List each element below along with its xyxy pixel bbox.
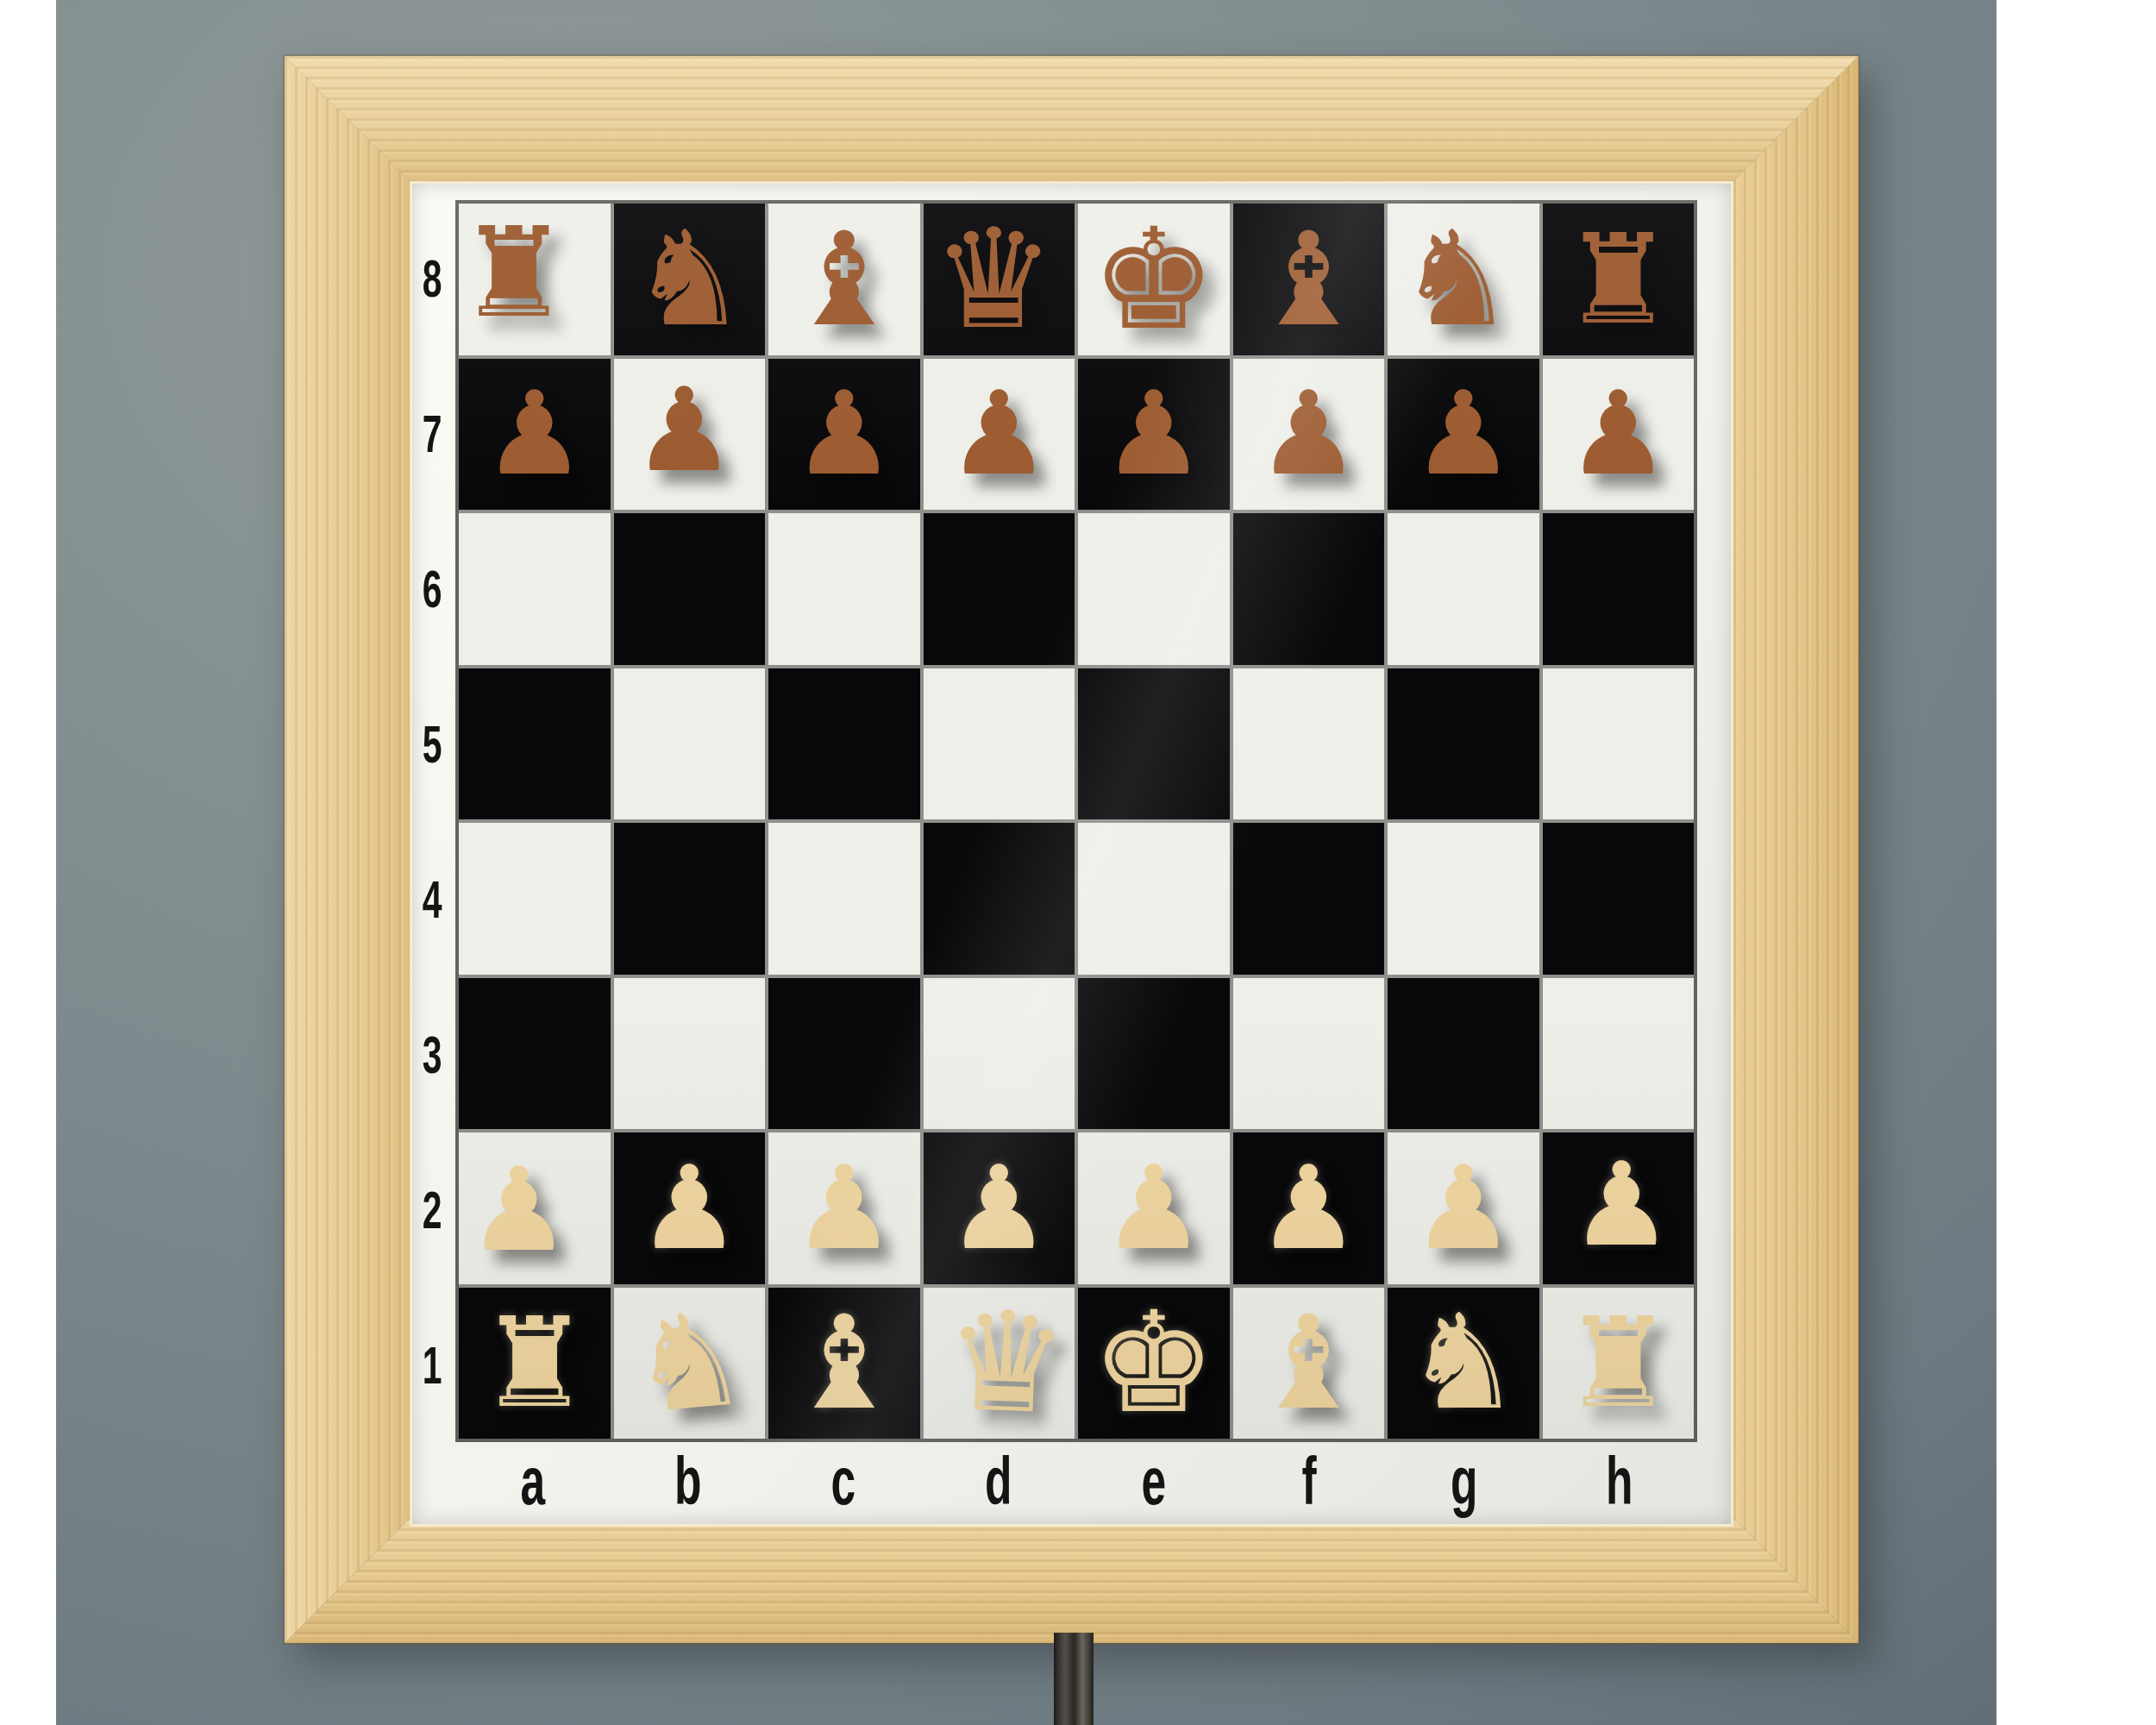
square-c5[interactable] <box>768 668 920 820</box>
piece-black-pawn-b7: ♟ <box>632 373 736 488</box>
square-a6[interactable] <box>459 513 611 665</box>
piece-white-pawn-f2: ♟ <box>1257 1151 1360 1266</box>
square-e7[interactable]: ♟ <box>1078 359 1230 511</box>
piece-black-knight-b8: ♞ <box>630 214 748 345</box>
square-a4[interactable] <box>459 823 611 975</box>
chessboard: ♜♞♝♛♚♝♞♜♟♟♟♟♟♟♟♟♟♟♟♟♟♟♟♟♜♞♝♛♚♝♞♜ <box>455 200 1697 1442</box>
square-e2[interactable]: ♟ <box>1078 1132 1230 1284</box>
piece-black-pawn-h7: ♟ <box>1566 376 1670 492</box>
square-g1[interactable]: ♞ <box>1388 1288 1539 1440</box>
square-a2[interactable]: ♟ <box>459 1132 611 1284</box>
file-label-e: e <box>1076 1442 1232 1521</box>
square-b4[interactable] <box>614 823 766 975</box>
piece-black-bishop-f8: ♝ <box>1250 215 1366 344</box>
piece-white-pawn-d2: ♟ <box>947 1151 1050 1266</box>
frame-top <box>285 56 1858 181</box>
rank-label-6: 6 <box>410 511 455 666</box>
file-labels: abcdefgh <box>455 1442 1697 1515</box>
square-g8[interactable]: ♞ <box>1388 204 1539 355</box>
square-e6[interactable] <box>1078 513 1230 665</box>
piece-black-queen-d8: ♛ <box>932 210 1056 348</box>
square-b2[interactable]: ♟ <box>614 1132 766 1284</box>
piece-black-knight-g8: ♞ <box>1398 214 1515 345</box>
square-h5[interactable] <box>1543 668 1695 820</box>
piece-black-rook-h8: ♜ <box>1563 217 1674 342</box>
piece-white-knight-b1: ♞ <box>625 1293 754 1433</box>
piece-white-knight-g1: ♞ <box>1405 1297 1522 1428</box>
square-h7[interactable]: ♟ <box>1543 359 1695 511</box>
square-h1[interactable]: ♜ <box>1543 1288 1695 1440</box>
piece-black-rook-a8: ♜ <box>458 210 569 335</box>
square-c2[interactable]: ♟ <box>768 1132 920 1284</box>
square-a5[interactable] <box>459 668 611 820</box>
frame-bottom <box>285 1518 1858 1643</box>
rank-label-3: 3 <box>410 976 455 1132</box>
square-d8[interactable]: ♛ <box>924 204 1075 355</box>
rank-label-8: 8 <box>410 200 455 355</box>
square-f1[interactable]: ♝ <box>1233 1288 1385 1440</box>
square-e1[interactable]: ♚ <box>1078 1288 1230 1440</box>
piece-white-pawn-b2: ♟ <box>637 1151 741 1266</box>
square-e4[interactable] <box>1078 823 1230 975</box>
square-b5[interactable] <box>614 668 766 820</box>
piece-black-king-e8: ♚ <box>1091 210 1216 349</box>
square-c6[interactable] <box>768 513 920 665</box>
file-label-a: a <box>455 1442 611 1521</box>
square-h6[interactable] <box>1543 513 1695 665</box>
rank-label-7: 7 <box>410 355 455 511</box>
square-f3[interactable] <box>1233 978 1385 1130</box>
file-label-b: b <box>611 1442 766 1521</box>
file-label-f: f <box>1232 1442 1387 1521</box>
piece-white-king-e1: ♚ <box>1091 1293 1216 1433</box>
piece-black-bishop-c8: ♝ <box>787 215 902 344</box>
square-d7[interactable]: ♟ <box>924 359 1075 511</box>
file-label-c: c <box>766 1442 921 1521</box>
square-d6[interactable] <box>924 513 1075 665</box>
piece-white-rook-a1: ♜ <box>479 1301 590 1425</box>
piece-black-pawn-d7: ♟ <box>947 376 1050 492</box>
square-a3[interactable] <box>459 978 611 1130</box>
square-a1[interactable]: ♜ <box>459 1288 611 1440</box>
square-g2[interactable]: ♟ <box>1388 1132 1539 1284</box>
square-g7[interactable]: ♟ <box>1388 359 1539 511</box>
rank-label-1: 1 <box>410 1287 455 1442</box>
rank-label-4: 4 <box>410 821 455 976</box>
piece-white-bishop-c1: ♝ <box>787 1298 902 1427</box>
square-f6[interactable] <box>1233 513 1385 665</box>
square-f2[interactable]: ♟ <box>1233 1132 1385 1284</box>
square-d5[interactable] <box>924 668 1075 820</box>
square-f7[interactable]: ♟ <box>1233 359 1385 511</box>
square-c3[interactable] <box>768 978 920 1130</box>
piece-black-pawn-g7: ♟ <box>1412 376 1515 492</box>
piece-white-queen-d1: ♛ <box>942 1292 1070 1434</box>
square-c8[interactable]: ♝ <box>768 204 920 355</box>
frame-right <box>1733 56 1858 1643</box>
square-c4[interactable] <box>768 823 920 975</box>
board-face: 87654321 abcdefgh ♜♞♝♛♚♝♞♜♟♟♟♟♟♟♟♟♟♟♟♟♟♟… <box>410 181 1733 1527</box>
square-a7[interactable]: ♟ <box>459 359 611 511</box>
square-g5[interactable] <box>1388 668 1539 820</box>
file-label-h: h <box>1542 1442 1697 1521</box>
piece-white-pawn-h2: ♟ <box>1570 1147 1673 1263</box>
rank-label-2: 2 <box>410 1132 455 1287</box>
piece-black-pawn-a7: ♟ <box>483 376 586 492</box>
frame-left <box>285 56 410 1643</box>
scene: 87654321 abcdefgh ♜♞♝♛♚♝♞♜♟♟♟♟♟♟♟♟♟♟♟♟♟♟… <box>0 0 2156 1725</box>
square-e8[interactable]: ♚ <box>1078 204 1230 355</box>
piece-white-pawn-g2: ♟ <box>1412 1151 1515 1266</box>
square-b3[interactable] <box>614 978 766 1130</box>
square-f4[interactable] <box>1233 823 1385 975</box>
piece-white-pawn-e2: ♟ <box>1102 1151 1206 1266</box>
square-d1[interactable]: ♛ <box>924 1288 1075 1440</box>
square-f8[interactable]: ♝ <box>1233 204 1385 355</box>
square-b6[interactable] <box>614 513 766 665</box>
square-g3[interactable] <box>1388 978 1539 1130</box>
piece-black-pawn-e7: ♟ <box>1102 376 1206 492</box>
square-g4[interactable] <box>1388 823 1539 975</box>
piece-white-rook-h1: ♜ <box>1563 1301 1674 1425</box>
square-c7[interactable]: ♟ <box>768 359 920 511</box>
square-d2[interactable]: ♟ <box>924 1132 1075 1284</box>
square-g6[interactable] <box>1388 513 1539 665</box>
piece-white-pawn-c2: ♟ <box>793 1151 896 1266</box>
square-a8[interactable]: ♜ <box>459 204 611 355</box>
file-label-g: g <box>1387 1442 1542 1521</box>
square-e3[interactable] <box>1078 978 1230 1130</box>
square-d3[interactable] <box>924 978 1075 1130</box>
square-b8[interactable]: ♞ <box>614 204 766 355</box>
square-e5[interactable] <box>1078 668 1230 820</box>
stand-post <box>1054 1633 1094 1725</box>
piece-white-bishop-f1: ♝ <box>1250 1298 1366 1427</box>
piece-black-pawn-c7: ♟ <box>793 376 896 492</box>
square-b7[interactable]: ♟ <box>614 359 766 511</box>
wooden-frame: 87654321 abcdefgh ♜♞♝♛♚♝♞♜♟♟♟♟♟♟♟♟♟♟♟♟♟♟… <box>285 56 1858 1643</box>
square-h4[interactable] <box>1543 823 1695 975</box>
square-h8[interactable]: ♜ <box>1543 204 1695 355</box>
square-h3[interactable] <box>1543 978 1695 1130</box>
piece-black-pawn-f7: ♟ <box>1257 376 1360 492</box>
square-h2[interactable]: ♟ <box>1543 1132 1695 1284</box>
piece-white-pawn-a2: ♟ <box>467 1152 571 1268</box>
file-label-d: d <box>921 1442 1076 1521</box>
square-d4[interactable] <box>924 823 1075 975</box>
square-f5[interactable] <box>1233 668 1385 820</box>
rank-label-5: 5 <box>410 666 455 821</box>
square-c1[interactable]: ♝ <box>768 1288 920 1440</box>
rank-labels: 87654321 <box>410 200 455 1442</box>
square-b1[interactable]: ♞ <box>614 1288 766 1440</box>
